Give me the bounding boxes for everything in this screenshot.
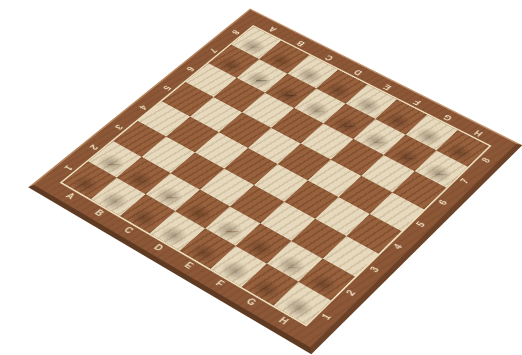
- board-grid: ♜♞♝♛♚♝♞♜♟♟♟♟♟♟♟♟♟♟♟♟♟♟♟♟♜♞♝♛♚♝♞♜: [62, 27, 488, 325]
- square-e4[interactable]: [254, 164, 308, 202]
- chess-board: ♜♞♝♛♚♝♞♜♟♟♟♟♟♟♟♟♟♟♟♟♟♟♟♟♜♞♝♛♚♝♞♜ ABCDEFG…: [28, 8, 522, 354]
- product-photo: ♜♞♝♛♚♝♞♜♟♟♟♟♟♟♟♟♟♟♟♟♟♟♟♟♜♞♝♛♚♝♞♜ ABCDEFG…: [0, 0, 522, 355]
